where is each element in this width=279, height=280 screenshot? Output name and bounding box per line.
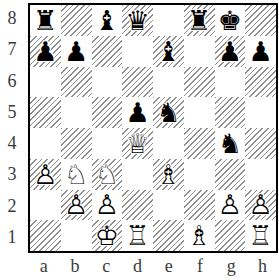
square-c1[interactable]: ♚♔ (92, 220, 123, 251)
square-b8[interactable] (61, 5, 92, 36)
rank-label-7: 7 (0, 34, 24, 65)
white-pawn-piece[interactable]: ♟♙ (95, 191, 119, 218)
square-g5[interactable] (215, 97, 246, 128)
black-pawn-piece[interactable]: ♟ (126, 99, 150, 126)
file-label-g: g (216, 253, 247, 279)
square-h7[interactable]: ♟ (245, 36, 276, 67)
black-pawn-piece[interactable]: ♟ (218, 38, 242, 65)
square-b6[interactable] (61, 67, 92, 98)
square-g3[interactable] (215, 159, 246, 190)
white-pawn-piece[interactable]: ♟♙ (249, 191, 273, 218)
square-e3[interactable]: ♝♗ (153, 159, 184, 190)
file-label-b: b (59, 253, 90, 279)
square-f7[interactable] (184, 36, 215, 67)
piece-outline: ♙ (64, 191, 88, 218)
piece-outline: ♘ (64, 161, 88, 188)
square-a5[interactable] (30, 97, 61, 128)
square-a6[interactable] (30, 67, 61, 98)
piece-glyph: ♟ (64, 38, 88, 65)
square-b4[interactable] (61, 128, 92, 159)
chess-board: ♜♝♛♜♚♟♟♝♟♟♟♞♛♕♞♟♙♞♘♞♘♝♗♟♙♟♙♟♙♟♙♚♔♜♖♝♗♜♖ (28, 3, 278, 253)
file-labels: abcdefgh (28, 253, 278, 279)
square-e5[interactable]: ♞ (153, 97, 184, 128)
square-f4[interactable] (184, 128, 215, 159)
square-h8[interactable] (245, 5, 276, 36)
square-g1[interactable] (215, 220, 246, 251)
square-g7[interactable]: ♟ (215, 36, 246, 67)
square-c2[interactable]: ♟♙ (92, 190, 123, 221)
black-bishop-piece[interactable]: ♝ (156, 38, 180, 65)
white-bishop-piece[interactable]: ♝♗ (156, 161, 180, 188)
rank-labels: 87654321 (0, 3, 24, 253)
piece-glyph: ♟ (33, 38, 57, 65)
piece-glyph: ♛ (126, 7, 150, 34)
square-e4[interactable] (153, 128, 184, 159)
square-a8[interactable]: ♜ (30, 5, 61, 36)
square-b5[interactable] (61, 97, 92, 128)
file-label-c: c (91, 253, 122, 279)
white-knight-piece[interactable]: ♞♘ (95, 161, 119, 188)
piece-outline: ♙ (218, 191, 242, 218)
square-c5[interactable] (92, 97, 123, 128)
square-a4[interactable] (30, 128, 61, 159)
piece-outline: ♕ (126, 130, 150, 157)
black-knight-piece[interactable]: ♞ (218, 130, 242, 157)
square-h1[interactable]: ♜♖ (245, 220, 276, 251)
square-h2[interactable]: ♟♙ (245, 190, 276, 221)
square-c3[interactable]: ♞♘ (92, 159, 123, 190)
square-d6[interactable] (122, 67, 153, 98)
piece-outline: ♗ (187, 222, 211, 249)
piece-glyph: ♜ (187, 7, 211, 34)
piece-glyph: ♞ (218, 130, 242, 157)
white-pawn-piece[interactable]: ♟♙ (218, 191, 242, 218)
square-g8[interactable]: ♚ (215, 5, 246, 36)
file-label-e: e (153, 253, 184, 279)
square-d1[interactable]: ♜♖ (122, 220, 153, 251)
square-f8[interactable]: ♜ (184, 5, 215, 36)
square-g4[interactable]: ♞ (215, 128, 246, 159)
rank-label-8: 8 (0, 3, 24, 34)
white-bishop-piece[interactable]: ♝♗ (187, 222, 211, 249)
black-pawn-piece[interactable]: ♟ (33, 38, 57, 65)
white-pawn-piece[interactable]: ♟♙ (64, 191, 88, 218)
piece-glyph: ♟ (218, 38, 242, 65)
piece-outline: ♘ (95, 161, 119, 188)
square-b2[interactable]: ♟♙ (61, 190, 92, 221)
square-d7[interactable] (122, 36, 153, 67)
square-a3[interactable]: ♟♙ (30, 159, 61, 190)
black-rook-piece[interactable]: ♜ (187, 7, 211, 34)
rank-label-2: 2 (0, 191, 24, 222)
black-pawn-piece[interactable]: ♟ (249, 38, 273, 65)
square-h6[interactable] (245, 67, 276, 98)
white-king-piece[interactable]: ♚♔ (95, 222, 119, 249)
square-d3[interactable] (122, 159, 153, 190)
square-e6[interactable] (153, 67, 184, 98)
piece-outline: ♖ (126, 222, 150, 249)
square-e7[interactable]: ♝ (153, 36, 184, 67)
piece-outline: ♗ (156, 161, 180, 188)
square-g6[interactable] (215, 67, 246, 98)
square-c8[interactable]: ♝ (92, 5, 123, 36)
white-knight-piece[interactable]: ♞♘ (64, 161, 88, 188)
rank-label-6: 6 (0, 66, 24, 97)
file-label-f: f (184, 253, 215, 279)
square-c7[interactable] (92, 36, 123, 67)
rank-label-1: 1 (0, 222, 24, 253)
square-c6[interactable] (92, 67, 123, 98)
square-a1[interactable] (30, 220, 61, 251)
square-e2[interactable] (153, 190, 184, 221)
square-e8[interactable] (153, 5, 184, 36)
square-f1[interactable]: ♝♗ (184, 220, 215, 251)
black-queen-piece[interactable]: ♛ (126, 7, 150, 34)
square-h5[interactable] (245, 97, 276, 128)
square-e1[interactable] (153, 220, 184, 251)
square-f5[interactable] (184, 97, 215, 128)
black-king-piece[interactable]: ♚ (218, 7, 242, 34)
piece-glyph: ♝ (156, 38, 180, 65)
square-d4[interactable]: ♛♕ (122, 128, 153, 159)
file-label-h: h (247, 253, 278, 279)
square-d2[interactable] (122, 190, 153, 221)
rank-label-5: 5 (0, 97, 24, 128)
square-b3[interactable]: ♞♘ (61, 159, 92, 190)
black-rook-piece[interactable]: ♜ (33, 7, 57, 34)
square-f3[interactable] (184, 159, 215, 190)
piece-outline: ♖ (249, 222, 273, 249)
square-h4[interactable] (245, 128, 276, 159)
file-label-d: d (122, 253, 153, 279)
white-rook-piece[interactable]: ♜♖ (126, 222, 150, 249)
piece-glyph: ♜ (33, 7, 57, 34)
rank-label-3: 3 (0, 159, 24, 190)
square-g2[interactable]: ♟♙ (215, 190, 246, 221)
square-h3[interactable] (245, 159, 276, 190)
square-a2[interactable] (30, 190, 61, 221)
piece-glyph: ♟ (126, 99, 150, 126)
chess-diagram: 87654321 ♜♝♛♜♚♟♟♝♟♟♟♞♛♕♞♟♙♞♘♞♘♝♗♟♙♟♙♟♙♟♙… (0, 0, 279, 280)
black-pawn-piece[interactable]: ♟ (64, 38, 88, 65)
square-f2[interactable] (184, 190, 215, 221)
black-bishop-piece[interactable]: ♝ (95, 7, 119, 34)
square-b7[interactable]: ♟ (61, 36, 92, 67)
piece-outline: ♙ (33, 161, 57, 188)
square-f6[interactable] (184, 67, 215, 98)
piece-glyph: ♝ (95, 7, 119, 34)
piece-glyph: ♞ (156, 99, 180, 126)
piece-outline: ♙ (95, 191, 119, 218)
piece-glyph: ♚ (218, 7, 242, 34)
white-pawn-piece[interactable]: ♟♙ (33, 161, 57, 188)
square-d8[interactable]: ♛ (122, 5, 153, 36)
file-label-a: a (28, 253, 59, 279)
piece-outline: ♔ (95, 222, 119, 249)
rank-label-4: 4 (0, 128, 24, 159)
white-rook-piece[interactable]: ♜♖ (249, 222, 273, 249)
piece-glyph: ♟ (249, 38, 273, 65)
black-knight-piece[interactable]: ♞ (156, 99, 180, 126)
square-d5[interactable]: ♟ (122, 97, 153, 128)
piece-outline: ♙ (249, 191, 273, 218)
white-queen-piece[interactable]: ♛♕ (126, 130, 150, 157)
square-a7[interactable]: ♟ (30, 36, 61, 67)
square-b1[interactable] (61, 220, 92, 251)
square-c4[interactable] (92, 128, 123, 159)
